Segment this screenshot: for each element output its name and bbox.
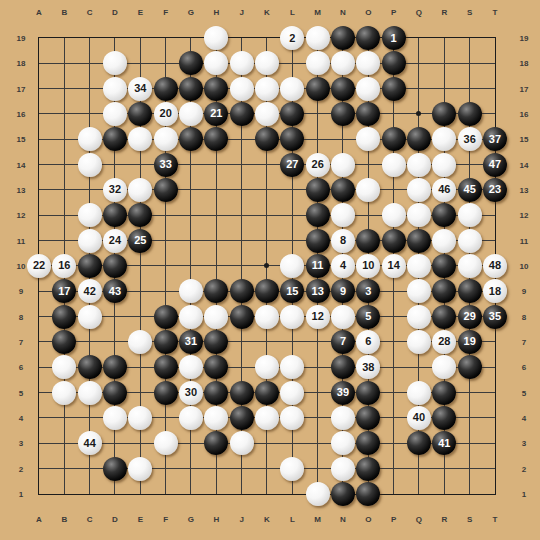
stone-white <box>154 127 178 151</box>
stone-black <box>306 203 330 227</box>
stone-white: 40 <box>407 406 431 430</box>
move-number-label: 17 <box>58 286 70 297</box>
move-number-label: 21 <box>210 108 222 119</box>
coord-label-column: R <box>441 515 447 524</box>
move-number-label: 34 <box>134 83 146 94</box>
stone-white <box>230 51 254 75</box>
coord-label-column: E <box>138 515 143 524</box>
stone-white <box>179 102 203 126</box>
stone-white <box>255 305 279 329</box>
coord-label-column: O <box>365 515 371 524</box>
stone-white <box>78 305 102 329</box>
stone-white <box>407 178 431 202</box>
stone-black <box>154 77 178 101</box>
stone-white: 44 <box>78 431 102 455</box>
coord-label-row: 13 <box>520 185 529 194</box>
coord-label-row: 14 <box>17 160 26 169</box>
coord-label-column: K <box>264 515 270 524</box>
stone-white <box>331 153 355 177</box>
stone-white <box>280 381 304 405</box>
coord-label-column: S <box>467 515 472 524</box>
stone-black <box>382 127 406 151</box>
coord-label-column: E <box>138 8 143 17</box>
coord-label-row: 1 <box>19 489 23 498</box>
stone-white <box>230 77 254 101</box>
stone-black <box>154 305 178 329</box>
stone-white <box>356 77 380 101</box>
move-number-label: 13 <box>312 286 324 297</box>
move-number-label: 9 <box>340 286 346 297</box>
coord-label-column: H <box>213 515 219 524</box>
coord-label-row: 15 <box>17 135 26 144</box>
stone-white: 20 <box>154 102 178 126</box>
stone-white: 24 <box>103 229 127 253</box>
coord-label-row: 18 <box>520 59 529 68</box>
stone-black <box>154 178 178 202</box>
coord-label-column: M <box>314 8 321 17</box>
stone-black <box>103 254 127 278</box>
stone-white <box>128 457 152 481</box>
move-number-label: 20 <box>160 108 172 119</box>
stone-black <box>230 305 254 329</box>
move-number-label: 18 <box>489 286 501 297</box>
move-number-label: 25 <box>134 235 146 246</box>
stone-white <box>103 102 127 126</box>
stone-black: 37 <box>483 127 507 151</box>
coord-label-row: 11 <box>520 236 528 245</box>
coord-label-column: G <box>188 8 194 17</box>
coord-label-row: 1 <box>522 489 526 498</box>
stone-black <box>331 26 355 50</box>
stone-black <box>356 229 380 253</box>
stone-black: 29 <box>458 305 482 329</box>
stone-black <box>458 355 482 379</box>
coord-label-row: 6 <box>19 363 23 372</box>
stone-black <box>154 381 178 405</box>
coord-label-column: G <box>188 515 194 524</box>
coord-label-row: 19 <box>520 34 529 43</box>
stone-white <box>52 381 76 405</box>
stone-black <box>204 381 228 405</box>
stone-white <box>458 203 482 227</box>
stone-white <box>407 305 431 329</box>
coord-label-column: P <box>391 515 396 524</box>
coord-label-column: K <box>264 8 270 17</box>
move-number-label: 24 <box>109 235 121 246</box>
coord-label-row: 7 <box>19 337 23 346</box>
stone-black: 7 <box>331 330 355 354</box>
move-number-label: 23 <box>489 184 501 195</box>
stone-white <box>331 305 355 329</box>
stone-black: 19 <box>458 330 482 354</box>
move-number-label: 35 <box>489 311 501 322</box>
stone-white <box>407 330 431 354</box>
stone-black <box>255 381 279 405</box>
stone-black <box>382 229 406 253</box>
coord-label-column: J <box>239 515 243 524</box>
stone-black <box>306 77 330 101</box>
stone-white: 32 <box>103 178 127 202</box>
move-number-label: 22 <box>33 260 45 271</box>
stone-white: 42 <box>78 279 102 303</box>
coord-label-column: L <box>290 515 295 524</box>
stone-white <box>432 153 456 177</box>
move-number-label: 8 <box>340 235 346 246</box>
stone-black <box>230 406 254 430</box>
coord-label-column: N <box>340 515 346 524</box>
stone-black <box>230 102 254 126</box>
coord-label-column: F <box>163 515 168 524</box>
stone-black: 27 <box>280 153 304 177</box>
stone-black <box>356 457 380 481</box>
stone-white <box>78 381 102 405</box>
stone-black: 45 <box>458 178 482 202</box>
stone-white <box>179 305 203 329</box>
stone-white <box>78 203 102 227</box>
stone-black <box>78 254 102 278</box>
stone-white <box>78 229 102 253</box>
coord-label-row: 9 <box>19 287 23 296</box>
move-number-label: 5 <box>365 311 371 322</box>
coord-label-column: L <box>290 8 295 17</box>
stone-white <box>458 254 482 278</box>
move-number-label: 40 <box>413 412 425 423</box>
move-number-label: 33 <box>160 159 172 170</box>
coord-label-row: 8 <box>19 312 23 321</box>
coord-label-column: H <box>213 8 219 17</box>
move-number-label: 43 <box>109 286 121 297</box>
stone-white <box>407 153 431 177</box>
move-number-label: 4 <box>340 260 346 271</box>
stone-white: 30 <box>179 381 203 405</box>
coord-label-column: R <box>441 8 447 17</box>
coord-label-column: C <box>87 8 93 17</box>
stone-white: 48 <box>483 254 507 278</box>
move-number-label: 38 <box>362 362 374 373</box>
stone-black <box>458 279 482 303</box>
move-number-label: 37 <box>489 134 501 145</box>
stone-black <box>52 305 76 329</box>
stone-white: 12 <box>306 305 330 329</box>
coord-label-column: D <box>112 515 118 524</box>
stone-white: 14 <box>382 254 406 278</box>
coord-label-row: 16 <box>520 109 529 118</box>
stone-white <box>432 229 456 253</box>
stone-black <box>432 381 456 405</box>
stone-white <box>78 127 102 151</box>
coord-label-row: 8 <box>522 312 526 321</box>
stone-black <box>103 457 127 481</box>
move-number-label: 30 <box>185 387 197 398</box>
coord-label-row: 9 <box>522 287 526 296</box>
stone-black: 11 <box>306 254 330 278</box>
coord-label-row: 4 <box>19 413 23 422</box>
coord-label-row: 13 <box>17 185 26 194</box>
coord-label-row: 10 <box>17 261 26 270</box>
move-number-label: 47 <box>489 159 501 170</box>
stone-black <box>103 381 127 405</box>
stone-white: 22 <box>27 254 51 278</box>
coord-label-row: 12 <box>520 211 529 220</box>
stone-white <box>204 305 228 329</box>
stone-white <box>103 77 127 101</box>
move-number-label: 14 <box>388 260 400 271</box>
stone-white <box>280 457 304 481</box>
move-number-label: 46 <box>438 184 450 195</box>
coord-label-column: F <box>163 8 168 17</box>
stone-white <box>407 381 431 405</box>
stone-white <box>382 153 406 177</box>
move-number-label: 15 <box>286 286 298 297</box>
stone-black: 1 <box>382 26 406 50</box>
stone-black: 33 <box>154 153 178 177</box>
stone-black <box>230 279 254 303</box>
coord-label-row: 4 <box>522 413 526 422</box>
coord-label-row: 17 <box>17 84 26 93</box>
stone-black <box>306 178 330 202</box>
stone-white <box>458 229 482 253</box>
coord-label-row: 18 <box>17 59 26 68</box>
stone-black: 5 <box>356 305 380 329</box>
coord-label-row: 6 <box>522 363 526 372</box>
stone-black <box>407 229 431 253</box>
stone-black: 23 <box>483 178 507 202</box>
stone-white <box>280 77 304 101</box>
stone-white <box>255 406 279 430</box>
stone-white <box>382 203 406 227</box>
stone-white <box>306 482 330 506</box>
move-number-label: 41 <box>438 438 450 449</box>
stone-white: 18 <box>483 279 507 303</box>
coord-label-row: 11 <box>17 236 25 245</box>
coord-label-row: 16 <box>17 109 26 118</box>
stone-black: 35 <box>483 305 507 329</box>
coord-label-row: 14 <box>520 160 529 169</box>
stone-white: 36 <box>458 127 482 151</box>
go-board[interactable]: 2134202136373327264732464523242582216114… <box>0 0 540 540</box>
coord-label-column: C <box>87 515 93 524</box>
stone-black <box>306 229 330 253</box>
coord-label-column: Q <box>416 8 422 17</box>
stone-black <box>179 77 203 101</box>
move-number-label: 3 <box>365 286 371 297</box>
move-number-label: 28 <box>438 336 450 347</box>
move-number-label: 12 <box>312 311 324 322</box>
coord-label-row: 19 <box>17 34 26 43</box>
stone-white <box>78 153 102 177</box>
coord-label-row: 3 <box>522 439 526 448</box>
stone-black <box>331 77 355 101</box>
stone-black <box>204 77 228 101</box>
stone-white <box>154 431 178 455</box>
stone-white <box>255 102 279 126</box>
stone-white <box>331 457 355 481</box>
stone-black: 39 <box>331 381 355 405</box>
move-number-label: 16 <box>58 260 70 271</box>
stone-white: 34 <box>128 77 152 101</box>
coord-label-row: 5 <box>19 388 23 397</box>
coord-label-column: M <box>314 515 321 524</box>
move-number-label: 10 <box>362 260 374 271</box>
stone-black <box>230 381 254 405</box>
stone-black <box>356 482 380 506</box>
move-number-label: 26 <box>312 159 324 170</box>
move-number-label: 42 <box>84 286 96 297</box>
stone-black <box>432 305 456 329</box>
move-number-label: 44 <box>84 438 96 449</box>
move-number-label: 27 <box>286 159 298 170</box>
stone-white <box>230 431 254 455</box>
coord-label-column: N <box>340 8 346 17</box>
stone-black: 25 <box>128 229 152 253</box>
stone-black: 31 <box>179 330 203 354</box>
stone-black <box>382 51 406 75</box>
move-number-label: 45 <box>464 184 476 195</box>
move-number-label: 31 <box>185 336 197 347</box>
stone-black: 47 <box>483 153 507 177</box>
coord-label-row: 7 <box>522 337 526 346</box>
move-number-label: 11 <box>312 260 324 271</box>
coord-label-column: D <box>112 8 118 17</box>
move-number-label: 7 <box>340 336 346 347</box>
stone-white <box>331 406 355 430</box>
coord-label-column: B <box>61 8 67 17</box>
move-number-label: 19 <box>464 336 476 347</box>
stone-white: 4 <box>331 254 355 278</box>
coord-label-column: A <box>36 515 42 524</box>
stone-black <box>154 355 178 379</box>
move-number-label: 48 <box>489 260 501 271</box>
move-number-label: 29 <box>464 311 476 322</box>
coord-label-row: 2 <box>522 464 526 473</box>
coord-label-column: O <box>365 8 371 17</box>
move-number-label: 2 <box>289 33 295 44</box>
coord-label-column: B <box>61 515 67 524</box>
coord-label-column: T <box>493 515 498 524</box>
coord-label-column: Q <box>416 515 422 524</box>
stone-white: 26 <box>306 153 330 177</box>
move-number-label: 36 <box>464 134 476 145</box>
stone-black <box>382 77 406 101</box>
stone-white <box>407 254 431 278</box>
stone-white: 8 <box>331 229 355 253</box>
stone-white <box>179 406 203 430</box>
stone-black: 13 <box>306 279 330 303</box>
stone-white <box>280 305 304 329</box>
coord-label-column: J <box>239 8 243 17</box>
stone-black <box>356 381 380 405</box>
coord-label-row: 5 <box>522 388 526 397</box>
stone-black <box>78 355 102 379</box>
stone-white <box>103 406 127 430</box>
coord-label-row: 3 <box>19 439 23 448</box>
coord-label-column: A <box>36 8 42 17</box>
move-number-label: 39 <box>337 387 349 398</box>
move-number-label: 32 <box>109 184 121 195</box>
coord-label-row: 12 <box>17 211 26 220</box>
move-number-label: 6 <box>365 336 371 347</box>
stone-black <box>331 482 355 506</box>
stone-white <box>306 26 330 50</box>
stone-black <box>458 102 482 126</box>
stone-white <box>306 51 330 75</box>
coord-label-column: S <box>467 8 472 17</box>
coord-label-column: T <box>493 8 498 17</box>
stone-black <box>154 330 178 354</box>
stone-white <box>255 77 279 101</box>
coord-label-column: P <box>391 8 396 17</box>
coord-label-row: 2 <box>19 464 23 473</box>
coord-label-row: 17 <box>520 84 529 93</box>
coord-label-row: 15 <box>520 135 529 144</box>
stone-black <box>331 102 355 126</box>
move-number-label: 1 <box>391 33 397 44</box>
stone-black <box>331 178 355 202</box>
coord-label-row: 10 <box>520 261 529 270</box>
